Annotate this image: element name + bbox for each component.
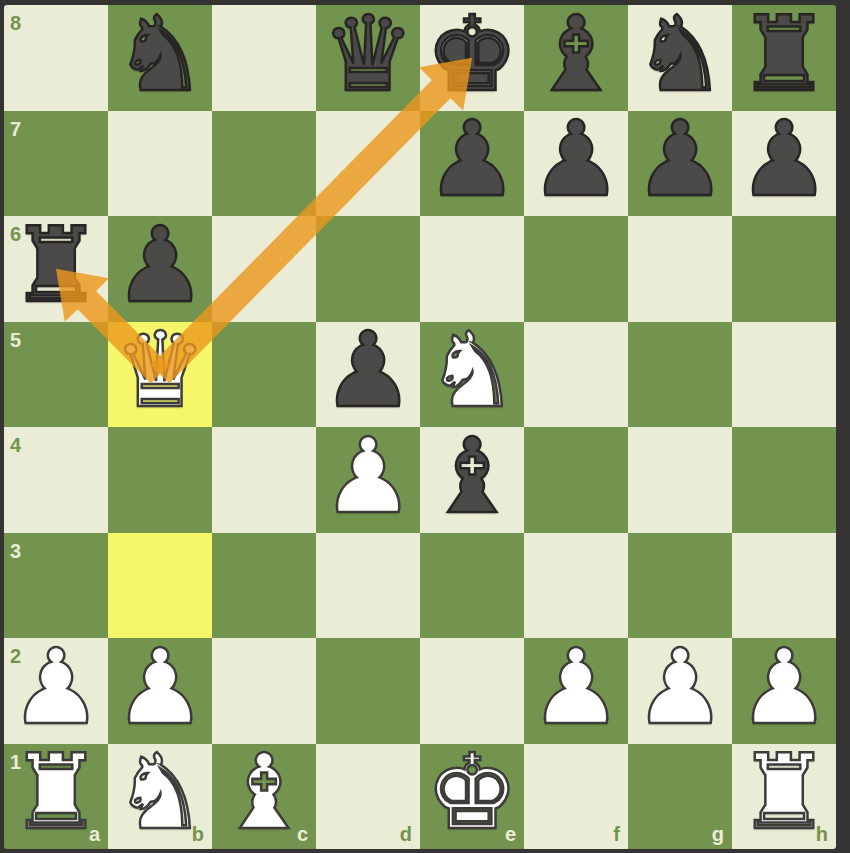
piece-bP-b6[interactable]: ♟ bbox=[113, 213, 206, 317]
square-e2[interactable] bbox=[420, 638, 524, 744]
piece-wP-h2[interactable]: ♟ bbox=[737, 635, 830, 739]
square-g1[interactable]: g bbox=[628, 744, 732, 850]
square-b5[interactable]: ♛ bbox=[108, 322, 212, 428]
square-g7[interactable]: ♟ bbox=[628, 111, 732, 217]
square-c3[interactable] bbox=[212, 533, 316, 639]
square-f5[interactable] bbox=[524, 322, 628, 428]
square-c2[interactable] bbox=[212, 638, 316, 744]
square-d2[interactable] bbox=[316, 638, 420, 744]
piece-bP-h7[interactable]: ♟ bbox=[737, 107, 830, 211]
square-e7[interactable]: ♟ bbox=[420, 111, 524, 217]
piece-bB-e4[interactable]: ♝ bbox=[425, 424, 518, 528]
square-f7[interactable]: ♟ bbox=[524, 111, 628, 217]
piece-wP-g2[interactable]: ♟ bbox=[633, 635, 726, 739]
square-g3[interactable] bbox=[628, 533, 732, 639]
piece-wN-b1[interactable]: ♞ bbox=[113, 740, 206, 844]
square-g5[interactable] bbox=[628, 322, 732, 428]
rank-label-5: 5 bbox=[10, 330, 21, 350]
square-b4[interactable] bbox=[108, 427, 212, 533]
square-c4[interactable] bbox=[212, 427, 316, 533]
square-a3[interactable]: 3 bbox=[4, 533, 108, 639]
square-a4[interactable]: 4 bbox=[4, 427, 108, 533]
piece-wP-d4[interactable]: ♟ bbox=[321, 424, 414, 528]
board-frame: 8♞♛♚♝♞♜7♟♟♟♟6♜♟5♛♟♞4♟♝32♟♟♟♟♟1a♜b♞c♝de♚f… bbox=[0, 0, 850, 853]
square-h2[interactable]: ♟ bbox=[732, 638, 836, 744]
square-f6[interactable] bbox=[524, 216, 628, 322]
square-c8[interactable] bbox=[212, 5, 316, 111]
square-f3[interactable] bbox=[524, 533, 628, 639]
piece-bP-d5[interactable]: ♟ bbox=[321, 318, 414, 422]
square-h4[interactable] bbox=[732, 427, 836, 533]
piece-wK-e1[interactable]: ♚ bbox=[425, 740, 518, 844]
square-e3[interactable] bbox=[420, 533, 524, 639]
file-label-f: f bbox=[613, 824, 620, 844]
piece-wP-a2[interactable]: ♟ bbox=[9, 635, 102, 739]
square-d7[interactable] bbox=[316, 111, 420, 217]
square-c7[interactable] bbox=[212, 111, 316, 217]
piece-bQ-d8[interactable]: ♛ bbox=[321, 5, 414, 106]
square-d6[interactable] bbox=[316, 216, 420, 322]
square-a6[interactable]: 6♜ bbox=[4, 216, 108, 322]
square-d3[interactable] bbox=[316, 533, 420, 639]
square-g2[interactable]: ♟ bbox=[628, 638, 732, 744]
piece-wN-e5[interactable]: ♞ bbox=[425, 318, 518, 422]
square-b6[interactable]: ♟ bbox=[108, 216, 212, 322]
square-h5[interactable] bbox=[732, 322, 836, 428]
square-h1[interactable]: h♜ bbox=[732, 744, 836, 850]
square-b3[interactable] bbox=[108, 533, 212, 639]
rank-label-8: 8 bbox=[10, 13, 21, 33]
square-d4[interactable]: ♟ bbox=[316, 427, 420, 533]
square-e6[interactable] bbox=[420, 216, 524, 322]
square-h6[interactable] bbox=[732, 216, 836, 322]
piece-wB-c1[interactable]: ♝ bbox=[217, 740, 310, 844]
square-a7[interactable]: 7 bbox=[4, 111, 108, 217]
square-c6[interactable] bbox=[212, 216, 316, 322]
square-c1[interactable]: c♝ bbox=[212, 744, 316, 850]
square-f8[interactable]: ♝ bbox=[524, 5, 628, 111]
piece-bK-e8[interactable]: ♚ bbox=[425, 5, 518, 106]
piece-bN-b8[interactable]: ♞ bbox=[113, 5, 206, 106]
square-a2[interactable]: 2♟ bbox=[4, 638, 108, 744]
rank-label-3: 3 bbox=[10, 541, 21, 561]
square-b1[interactable]: b♞ bbox=[108, 744, 212, 850]
square-d1[interactable]: d bbox=[316, 744, 420, 850]
piece-wP-f2[interactable]: ♟ bbox=[529, 635, 622, 739]
square-e4[interactable]: ♝ bbox=[420, 427, 524, 533]
square-e5[interactable]: ♞ bbox=[420, 322, 524, 428]
piece-bP-e7[interactable]: ♟ bbox=[425, 107, 518, 211]
square-f4[interactable] bbox=[524, 427, 628, 533]
square-a5[interactable]: 5 bbox=[4, 322, 108, 428]
piece-bR-a6[interactable]: ♜ bbox=[9, 213, 102, 317]
file-label-d: d bbox=[400, 824, 412, 844]
square-a1[interactable]: 1a♜ bbox=[4, 744, 108, 850]
square-b7[interactable] bbox=[108, 111, 212, 217]
rank-label-4: 4 bbox=[10, 435, 21, 455]
square-h8[interactable]: ♜ bbox=[732, 5, 836, 111]
piece-wR-h1[interactable]: ♜ bbox=[737, 740, 830, 844]
square-a8[interactable]: 8 bbox=[4, 5, 108, 111]
square-f1[interactable]: f bbox=[524, 744, 628, 850]
square-b8[interactable]: ♞ bbox=[108, 5, 212, 111]
chess-board: 8♞♛♚♝♞♜7♟♟♟♟6♜♟5♛♟♞4♟♝32♟♟♟♟♟1a♜b♞c♝de♚f… bbox=[4, 5, 836, 849]
piece-wP-b2[interactable]: ♟ bbox=[113, 635, 206, 739]
piece-bP-f7[interactable]: ♟ bbox=[529, 107, 622, 211]
square-h7[interactable]: ♟ bbox=[732, 111, 836, 217]
square-h3[interactable] bbox=[732, 533, 836, 639]
rank-label-7: 7 bbox=[10, 119, 21, 139]
piece-bP-g7[interactable]: ♟ bbox=[633, 107, 726, 211]
square-d8[interactable]: ♛ bbox=[316, 5, 420, 111]
piece-bN-g8[interactable]: ♞ bbox=[633, 5, 726, 106]
square-e1[interactable]: e♚ bbox=[420, 744, 524, 850]
square-d5[interactable]: ♟ bbox=[316, 322, 420, 428]
piece-wQ-b5[interactable]: ♛ bbox=[113, 318, 206, 422]
square-f2[interactable]: ♟ bbox=[524, 638, 628, 744]
piece-bB-f8[interactable]: ♝ bbox=[529, 5, 622, 106]
piece-wR-a1[interactable]: ♜ bbox=[9, 740, 102, 844]
square-c5[interactable] bbox=[212, 322, 316, 428]
square-e8[interactable]: ♚ bbox=[420, 5, 524, 111]
square-g4[interactable] bbox=[628, 427, 732, 533]
square-b2[interactable]: ♟ bbox=[108, 638, 212, 744]
piece-bR-h8[interactable]: ♜ bbox=[737, 5, 830, 106]
square-g6[interactable] bbox=[628, 216, 732, 322]
file-label-g: g bbox=[712, 824, 724, 844]
square-g8[interactable]: ♞ bbox=[628, 5, 732, 111]
